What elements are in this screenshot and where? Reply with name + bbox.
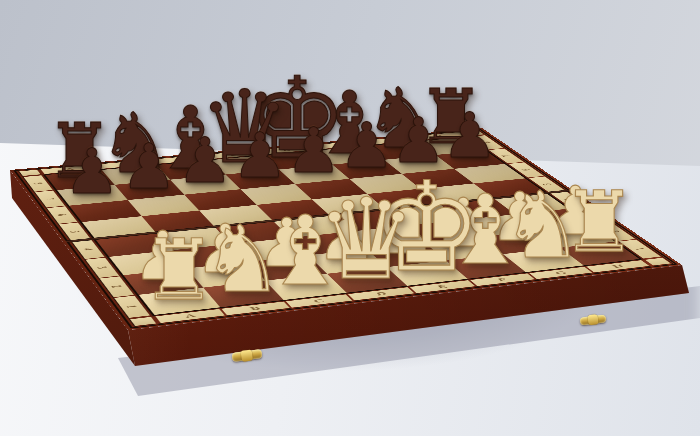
coordinate-label: 7 bbox=[500, 155, 512, 157]
piece-black-pawn-d7[interactable]: ♟ bbox=[232, 125, 288, 187]
coordinate-label: 8 bbox=[31, 182, 44, 185]
piece-white-rook-a1[interactable]: ♜ bbox=[141, 228, 216, 312]
coordinate-label: 6 bbox=[55, 213, 69, 216]
coordinate-label: 7 bbox=[43, 197, 56, 200]
piece-black-pawn-b7[interactable]: ♟ bbox=[121, 135, 177, 197]
piece-black-pawn-c7[interactable]: ♟ bbox=[177, 130, 233, 192]
coordinate-label: 2 bbox=[109, 285, 124, 289]
piece-black-pawn-a7[interactable]: ♟ bbox=[64, 141, 120, 203]
coordinate-label: 4 bbox=[81, 248, 95, 251]
coordinate-label: 5 bbox=[68, 230, 82, 233]
chess-set-photo-scene: ABCDEFGH ABCDEFGH 87654321 87654321 ♜♞♝♛… bbox=[0, 0, 700, 436]
coordinate-label: 3 bbox=[95, 266, 110, 269]
coordinate-label: 1 bbox=[124, 305, 139, 309]
